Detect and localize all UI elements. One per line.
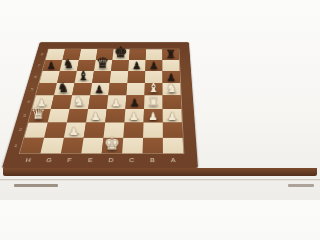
- chess-board: ♚♜♟♞♛♟♟♝♟♞♟♝♞♟♞♟♟♜♛♟♟♟♟♟♚ HGFEDCBA 87654…: [2, 42, 198, 168]
- square-f3[interactable]: [67, 109, 88, 123]
- board-front-edge: [3, 168, 200, 176]
- white-pawn-piece[interactable]: ♟: [124, 111, 143, 122]
- white-pawn-piece[interactable]: ♟: [163, 111, 182, 122]
- square-c2[interactable]: [123, 123, 143, 138]
- black-rook-piece[interactable]: ♜: [162, 48, 179, 59]
- square-b2[interactable]: [143, 123, 163, 138]
- square-a8[interactable]: ♜: [162, 49, 179, 60]
- square-h2[interactable]: [24, 123, 47, 138]
- square-g1[interactable]: [40, 137, 63, 153]
- square-d1[interactable]: ♚: [102, 137, 124, 153]
- rank-label-4: 4: [23, 100, 34, 104]
- file-label-b: B: [142, 156, 163, 166]
- square-d8[interactable]: ♚: [112, 49, 129, 60]
- square-b5[interactable]: ♝: [144, 83, 162, 95]
- white-pawn-piece[interactable]: ♟: [107, 97, 126, 108]
- square-f4[interactable]: ♞: [70, 95, 91, 108]
- rank-label-2: 2: [15, 128, 26, 132]
- square-g5[interactable]: ♞: [54, 83, 75, 95]
- white-queen-piece[interactable]: ♛: [29, 105, 48, 121]
- square-b4[interactable]: ♜: [144, 95, 163, 108]
- white-knight-piece[interactable]: ♞: [163, 82, 181, 95]
- square-f2[interactable]: ♟: [64, 123, 86, 138]
- file-label-d: D: [100, 156, 122, 166]
- black-pawn-piece[interactable]: ♟: [125, 97, 144, 108]
- black-knight-piece[interactable]: ♞: [60, 58, 77, 70]
- photo-background: ♚♜♟♞♛♟♟♝♟♞♟♝♞♟♞♟♟♜♛♟♟♟♟♟♚ HGFEDCBA 87654…: [0, 0, 200, 200]
- square-b8[interactable]: [146, 49, 163, 60]
- white-pawn-piece[interactable]: ♟: [86, 111, 105, 122]
- square-e7[interactable]: ♛: [94, 60, 112, 71]
- board-hinge-mark-left: [14, 184, 58, 187]
- black-king-piece[interactable]: ♚: [112, 44, 129, 59]
- black-bishop-piece[interactable]: ♝: [75, 70, 93, 83]
- square-a7[interactable]: [162, 60, 179, 71]
- square-e4[interactable]: [88, 95, 108, 108]
- square-d7[interactable]: [111, 60, 129, 71]
- square-e6[interactable]: [92, 71, 111, 83]
- square-a3[interactable]: ♟: [163, 109, 182, 123]
- white-knight-piece[interactable]: ♞: [70, 95, 89, 108]
- rank-label-6: 6: [31, 75, 41, 78]
- file-labels: HGFEDCBA: [17, 156, 184, 166]
- board-grid: ♚♜♟♞♛♟♟♝♟♞♟♝♞♟♞♟♟♜♛♟♟♟♟♟♚: [20, 49, 183, 153]
- white-pawn-piece[interactable]: ♟: [64, 125, 84, 136]
- black-pawn-piece[interactable]: ♟: [128, 61, 145, 71]
- rank-label-3: 3: [19, 113, 30, 117]
- square-c7[interactable]: ♟: [128, 60, 146, 71]
- square-a4[interactable]: [163, 95, 182, 108]
- file-label-e: E: [79, 156, 101, 166]
- square-e1[interactable]: [81, 137, 103, 153]
- square-d3[interactable]: [105, 109, 125, 123]
- square-e3[interactable]: ♟: [86, 109, 107, 123]
- white-bishop-piece[interactable]: ♝: [145, 82, 163, 95]
- square-c5[interactable]: [126, 83, 145, 95]
- square-b7[interactable]: ♟: [145, 60, 162, 71]
- rank-label-8: 8: [37, 53, 47, 56]
- square-d6[interactable]: [110, 71, 128, 83]
- black-pawn-piece[interactable]: ♟: [43, 61, 60, 71]
- square-c3[interactable]: ♟: [124, 109, 144, 123]
- rank-label-5: 5: [27, 87, 37, 91]
- black-pawn-piece[interactable]: ♟: [90, 84, 108, 94]
- file-label-g: G: [38, 156, 61, 166]
- table-edge-shadow: [0, 179, 200, 181]
- square-a5[interactable]: ♞: [163, 83, 181, 95]
- square-a1[interactable]: [163, 137, 184, 153]
- file-label-a: A: [163, 156, 184, 166]
- square-c6[interactable]: [127, 71, 145, 83]
- white-pawn-piece[interactable]: ♟: [144, 111, 163, 122]
- square-h1[interactable]: [20, 137, 44, 153]
- white-rook-piece[interactable]: ♜: [144, 96, 163, 108]
- square-d5[interactable]: [108, 83, 127, 95]
- rank-label-1: 1: [10, 143, 22, 148]
- square-a2[interactable]: [163, 123, 183, 138]
- black-pawn-piece[interactable]: ♟: [145, 61, 162, 71]
- square-f1[interactable]: [61, 137, 84, 153]
- white-king-piece[interactable]: ♚: [102, 134, 122, 152]
- square-b3[interactable]: ♟: [144, 109, 163, 123]
- black-queen-piece[interactable]: ♛: [94, 56, 111, 71]
- square-d4[interactable]: ♟: [107, 95, 127, 108]
- file-label-c: C: [121, 156, 142, 166]
- square-e5[interactable]: ♟: [90, 83, 110, 95]
- square-h3[interactable]: ♛: [28, 109, 50, 123]
- square-b1[interactable]: [143, 137, 163, 153]
- square-c1[interactable]: [122, 137, 143, 153]
- square-f6[interactable]: ♝: [75, 71, 94, 83]
- file-label-f: F: [58, 156, 80, 166]
- rank-label-7: 7: [34, 64, 44, 67]
- square-c8[interactable]: [129, 49, 146, 60]
- black-knight-piece[interactable]: ♞: [54, 82, 72, 95]
- square-c4[interactable]: ♟: [125, 95, 144, 108]
- file-label-h: H: [17, 156, 40, 166]
